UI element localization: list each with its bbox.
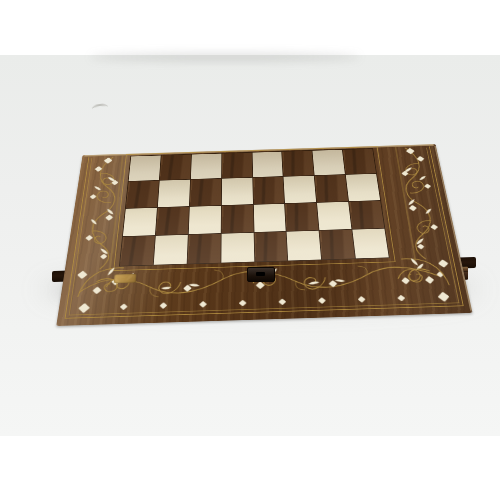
square-light (191, 154, 221, 180)
square-light (352, 228, 388, 258)
square-dark (343, 149, 376, 174)
corner-scroll-bottom-right (397, 255, 456, 291)
square-light (252, 152, 283, 178)
square-dark (222, 153, 252, 179)
square-dark (285, 202, 318, 230)
square-dark (187, 234, 220, 264)
checkerboard (119, 148, 390, 266)
clasp-slot (256, 272, 265, 276)
square-light (123, 207, 157, 236)
square-light (317, 201, 351, 229)
square-dark (315, 175, 348, 202)
brass-plaque-inlay (114, 274, 137, 283)
chessboard-lid-face (56, 144, 472, 326)
square-dark (156, 206, 189, 234)
square-dark (282, 151, 314, 177)
square-light (284, 176, 317, 203)
square-dark (320, 229, 355, 259)
square-dark (120, 236, 155, 266)
square-dark (190, 179, 221, 206)
square-light (287, 231, 321, 261)
square-light (189, 205, 221, 233)
square-light (221, 233, 254, 263)
square-dark (221, 204, 253, 232)
square-light (154, 235, 188, 265)
square-dark (160, 155, 191, 181)
square-light (221, 178, 252, 205)
corner-scroll-bottom-left (71, 265, 128, 302)
square-light (346, 174, 380, 201)
square-dark (349, 200, 384, 228)
square-dark (254, 232, 288, 262)
square-light (158, 180, 190, 207)
clasp (247, 267, 275, 282)
backdrop-shadow-smudge (90, 53, 360, 61)
square-light (129, 155, 161, 181)
square-dark (126, 181, 159, 208)
square-light (253, 203, 286, 231)
square-light (313, 150, 345, 176)
background-scratch-mark (92, 103, 109, 113)
square-dark (253, 177, 285, 204)
